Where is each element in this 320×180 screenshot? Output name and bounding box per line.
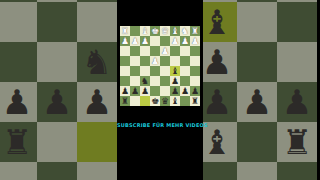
square-b6 [237,42,277,82]
white-pawn-b2[interactable]: ♟ [180,36,190,46]
white-rook-a1[interactable]: ♜ [190,26,200,36]
square-a5 [277,2,317,42]
square-a2[interactable]: ♟ [190,36,200,46]
square-c1[interactable]: ♝ [170,26,180,36]
square-c4[interactable] [170,56,180,66]
white-knight-b1[interactable]: ♞ [180,26,190,36]
square-h8[interactable]: ♜ [120,96,130,106]
square-c8[interactable]: ♝ [170,96,180,106]
square-f9 [77,162,117,180]
white-bishop-c1[interactable]: ♝ [170,26,180,36]
square-g4[interactable] [130,56,140,66]
square-h9 [0,162,37,180]
black-pawn-c6: ♟ [197,42,237,82]
black-pawn-g7[interactable]: ♟ [130,86,140,96]
square-c7[interactable]: ♟ [170,86,180,96]
square-c8: ♝ [197,122,237,162]
square-b1[interactable]: ♞ [180,26,190,36]
square-h5 [0,2,37,42]
square-h6[interactable] [120,76,130,86]
square-h7: ♟ [0,82,37,122]
square-f5 [77,2,117,42]
white-bishop-f1[interactable]: ♝ [140,26,150,36]
chess-board[interactable]: ♜♝♚♛♝♞♜♟♟♟♟♟♟♟♟♝♞♟♟♟♟♟♟♟♜♚♛♝♜ [120,26,200,106]
square-c5[interactable]: ♝ [170,66,180,76]
black-pawn-g7: ♟ [37,82,77,122]
black-pawn-c7: ♟ [197,82,237,122]
square-b7: ♟ [237,82,277,122]
square-a6[interactable] [190,76,200,86]
square-g6 [37,42,77,82]
square-f5[interactable] [140,66,150,76]
square-h2[interactable]: ♟ [120,36,130,46]
square-g8[interactable] [130,96,140,106]
square-b7[interactable]: ♟ [180,86,190,96]
square-e5[interactable] [150,66,160,76]
square-h1[interactable]: ♜ [120,26,130,36]
black-pawn-c7[interactable]: ♟ [170,86,180,96]
square-g5[interactable] [130,66,140,76]
square-e2[interactable] [150,36,160,46]
square-f7[interactable]: ♟ [140,86,150,96]
white-pawn-a2[interactable]: ♟ [190,36,200,46]
square-a8[interactable]: ♜ [190,96,200,106]
square-h6 [0,42,37,82]
black-bishop-c8[interactable]: ♝ [170,96,180,106]
square-d4[interactable] [160,56,170,66]
square-a9 [277,162,317,180]
square-g1[interactable] [130,26,140,36]
square-g9 [37,162,77,180]
square-c7: ♟ [197,82,237,122]
square-d5[interactable] [160,66,170,76]
black-knight-f6: ♞ [77,42,117,82]
square-g7: ♟ [37,82,77,122]
square-g2[interactable]: ♟ [130,36,140,46]
square-b3[interactable] [180,46,190,56]
square-c3[interactable] [170,46,180,56]
square-d8[interactable]: ♛ [160,96,170,106]
black-rook-a8: ♜ [277,122,317,162]
square-e7[interactable] [150,86,160,96]
square-f2[interactable]: ♟ [140,36,150,46]
white-pawn-h2[interactable]: ♟ [120,36,130,46]
square-a5[interactable] [190,66,200,76]
square-f7: ♟ [77,82,117,122]
square-e1[interactable]: ♚ [150,26,160,36]
black-queen-d8[interactable]: ♛ [160,96,170,106]
white-pawn-c2[interactable]: ♟ [170,36,180,46]
black-pawn-h7[interactable]: ♟ [120,86,130,96]
square-f6[interactable]: ♞ [140,76,150,86]
square-a1[interactable]: ♜ [190,26,200,36]
black-pawn-a7: ♟ [277,82,317,122]
square-h5[interactable] [120,66,130,76]
square-b9 [237,162,277,180]
square-b2[interactable]: ♟ [180,36,190,46]
black-king-e8[interactable]: ♚ [150,96,160,106]
black-pawn-h7: ♟ [0,82,37,122]
square-f1[interactable]: ♝ [140,26,150,36]
white-queen-d1[interactable]: ♛ [160,26,170,36]
square-f8 [77,122,117,162]
square-b5[interactable] [180,66,190,76]
square-f6: ♞ [77,42,117,82]
square-c2[interactable]: ♟ [170,36,180,46]
square-f8[interactable] [140,96,150,106]
black-bishop-c5: ♝ [197,2,237,42]
square-h8: ♜ [0,122,37,162]
square-c6: ♟ [197,42,237,82]
square-a8: ♜ [277,122,317,162]
square-d3[interactable]: ♟ [160,46,170,56]
white-pawn-e4[interactable]: ♟ [150,56,160,66]
square-c6[interactable]: ♟ [170,76,180,86]
black-rook-a8[interactable]: ♜ [190,96,200,106]
black-rook-h8: ♜ [0,122,37,162]
square-g3[interactable] [130,46,140,56]
black-bishop-c8: ♝ [197,122,237,162]
black-pawn-f7: ♟ [77,82,117,122]
square-f3[interactable] [140,46,150,56]
square-d1[interactable]: ♛ [160,26,170,36]
black-pawn-b7[interactable]: ♟ [180,86,190,96]
black-knight-f6[interactable]: ♞ [140,76,150,86]
square-a7: ♟ [277,82,317,122]
square-d6[interactable] [160,76,170,86]
black-bishop-c5[interactable]: ♝ [170,66,180,76]
square-h4[interactable] [120,56,130,66]
square-c9 [197,162,237,180]
white-king-e1[interactable]: ♚ [150,26,160,36]
white-pawn-f2[interactable]: ♟ [140,36,150,46]
square-b5 [237,2,277,42]
square-f4[interactable] [140,56,150,66]
square-d7[interactable] [160,86,170,96]
white-rook-h1[interactable]: ♜ [120,26,130,36]
square-e6[interactable] [150,76,160,86]
square-b4[interactable] [180,56,190,66]
square-h3[interactable] [120,46,130,56]
square-b8 [237,122,277,162]
black-pawn-c6[interactable]: ♟ [170,76,180,86]
black-pawn-a7[interactable]: ♟ [190,86,200,96]
square-g8 [37,122,77,162]
square-h7[interactable]: ♟ [120,86,130,96]
square-g6[interactable] [130,76,140,86]
black-rook-h8[interactable]: ♜ [120,96,130,106]
square-a7[interactable]: ♟ [190,86,200,96]
square-a6 [277,42,317,82]
square-c5: ♝ [197,2,237,42]
square-e4[interactable]: ♟ [150,56,160,66]
video-frame: ♝♞♟♟♟♟♟♟♟♜♝♜ ♜♝♚♛♝♞♜♟♟♟♟♟♟♟♟♝♞♟♟♟♟♟♟♟♜♚♛… [0,0,320,180]
subscribe-caption: SUBSCRIBE FÜR MEHR VIDEOS [117,122,203,132]
white-pawn-g2[interactable]: ♟ [130,36,140,46]
square-e8[interactable]: ♚ [150,96,160,106]
white-pawn-d3[interactable]: ♟ [160,46,170,56]
square-g7[interactable]: ♟ [130,86,140,96]
square-d2[interactable] [160,36,170,46]
square-b6[interactable] [180,76,190,86]
square-g5 [37,2,77,42]
square-a3[interactable] [190,46,200,56]
square-e3[interactable] [150,46,160,56]
square-b8[interactable] [180,96,190,106]
black-pawn-b7: ♟ [237,82,277,122]
square-a4[interactable] [190,56,200,66]
black-pawn-f7[interactable]: ♟ [140,86,150,96]
